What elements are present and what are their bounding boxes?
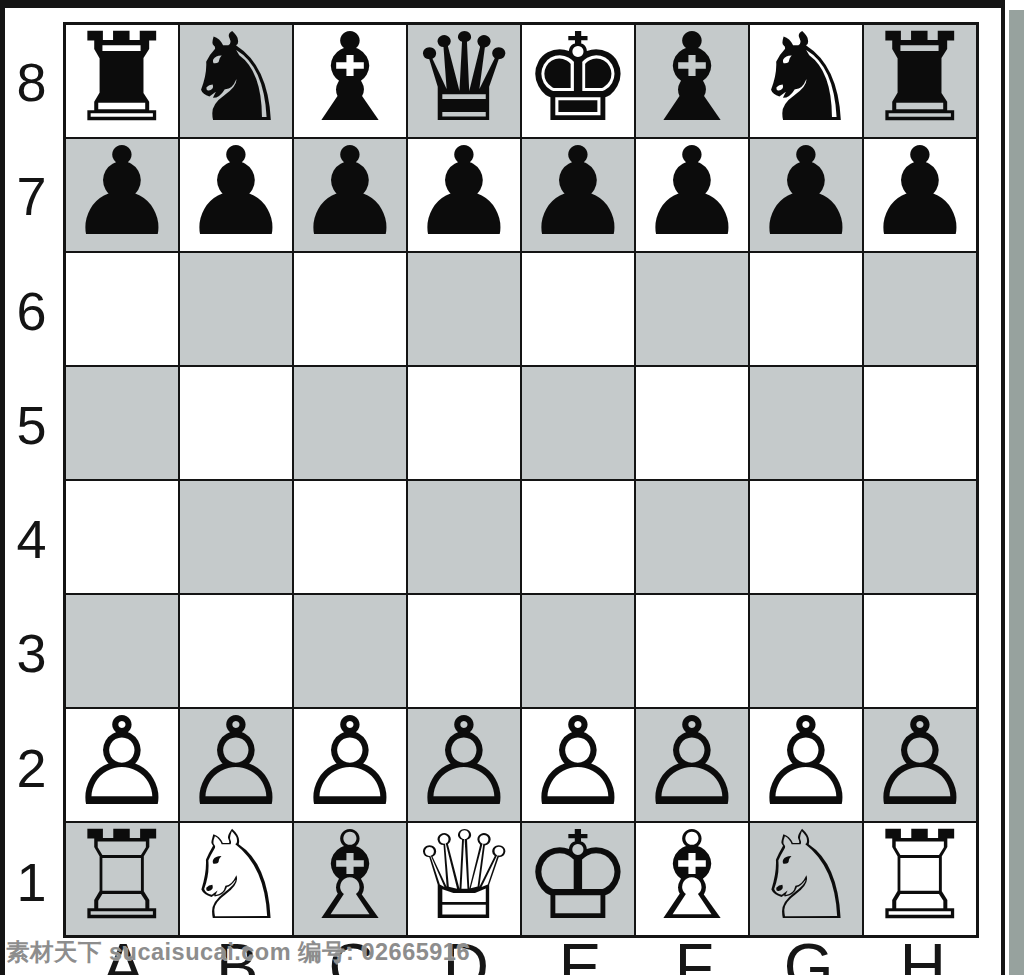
rank-label-3: 3 [0,596,63,710]
black-knight: ♞ [181,22,290,134]
white-pawn: ♙ [67,706,176,818]
square-e5[interactable] [522,367,634,479]
white-bishop: ♗ [637,820,746,932]
chess-board: ♜♞♝♛♚♝♞♜♟♟♟♟♟♟♟♟♙♙♙♙♙♙♙♙♖♘♗♕♔♗♘♖ [63,22,979,938]
rank-label-8: 8 [0,25,63,139]
square-e6[interactable] [522,253,634,365]
square-h1[interactable]: ♖ [864,823,976,935]
square-a5[interactable] [66,367,178,479]
square-h6[interactable] [864,253,976,365]
white-pawn: ♙ [295,706,404,818]
black-queen: ♛ [409,22,518,134]
square-g6[interactable] [750,253,862,365]
square-b7[interactable]: ♟ [180,139,292,251]
white-knight: ♘ [751,820,860,932]
square-f7[interactable]: ♟ [636,139,748,251]
square-c6[interactable] [294,253,406,365]
square-a1[interactable]: ♖ [66,823,178,935]
square-a4[interactable] [66,481,178,593]
square-h5[interactable] [864,367,976,479]
file-label-g: G [752,935,866,975]
white-knight: ♘ [181,820,290,932]
page-edge-strip [1009,10,1024,975]
black-bishop: ♝ [637,22,746,134]
rank-label-7: 7 [0,139,63,253]
square-f5[interactable] [636,367,748,479]
square-f6[interactable] [636,253,748,365]
black-pawn: ♟ [181,136,290,248]
white-pawn: ♙ [181,706,290,818]
black-pawn: ♟ [409,136,518,248]
rank-labels: 87654321 [0,25,63,939]
square-d6[interactable] [408,253,520,365]
square-g4[interactable] [750,481,862,593]
white-pawn: ♙ [409,706,518,818]
square-d5[interactable] [408,367,520,479]
square-b5[interactable] [180,367,292,479]
square-d1[interactable]: ♕ [408,823,520,935]
square-e1[interactable]: ♔ [522,823,634,935]
white-pawn: ♙ [523,706,632,818]
square-g1[interactable]: ♘ [750,823,862,935]
white-rook: ♖ [865,820,974,932]
square-c5[interactable] [294,367,406,479]
square-d7[interactable]: ♟ [408,139,520,251]
rank-label-6: 6 [0,254,63,368]
square-g5[interactable] [750,367,862,479]
square-b4[interactable] [180,481,292,593]
rank-label-1: 1 [0,825,63,939]
square-b1[interactable]: ♘ [180,823,292,935]
black-pawn: ♟ [751,136,860,248]
square-c4[interactable] [294,481,406,593]
white-pawn: ♙ [865,706,974,818]
black-pawn: ♟ [523,136,632,248]
square-d4[interactable] [408,481,520,593]
white-rook: ♖ [67,820,176,932]
square-h7[interactable]: ♟ [864,139,976,251]
square-f4[interactable] [636,481,748,593]
square-e7[interactable]: ♟ [522,139,634,251]
black-pawn: ♟ [865,136,974,248]
file-label-h: H [866,935,980,975]
black-pawn: ♟ [637,136,746,248]
file-label-e: E [523,935,637,975]
black-bishop: ♝ [295,22,404,134]
square-e4[interactable] [522,481,634,593]
square-b6[interactable] [180,253,292,365]
black-rook: ♜ [67,22,176,134]
watermark-text: 素材天下 sucaisucai.com 编号: 02665916 [6,936,470,968]
square-a7[interactable]: ♟ [66,139,178,251]
white-pawn: ♙ [637,706,746,818]
white-king: ♔ [523,820,632,932]
black-king: ♚ [523,22,632,134]
black-knight: ♞ [751,22,860,134]
file-label-f: F [637,935,751,975]
square-f1[interactable]: ♗ [636,823,748,935]
square-a6[interactable] [66,253,178,365]
white-pawn: ♙ [751,706,860,818]
white-queen: ♕ [409,820,518,932]
rank-label-2: 2 [0,711,63,825]
white-bishop: ♗ [295,820,404,932]
square-g7[interactable]: ♟ [750,139,862,251]
square-c7[interactable]: ♟ [294,139,406,251]
rank-label-4: 4 [0,482,63,596]
black-rook: ♜ [865,22,974,134]
rank-label-5: 5 [0,368,63,482]
square-c1[interactable]: ♗ [294,823,406,935]
square-h4[interactable] [864,481,976,593]
black-pawn: ♟ [67,136,176,248]
page-border-right [1001,0,1005,975]
black-pawn: ♟ [295,136,404,248]
